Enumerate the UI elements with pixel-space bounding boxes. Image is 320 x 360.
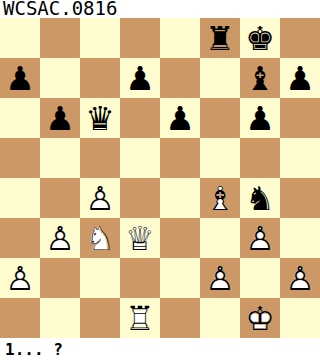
white-piece-outline: ♙ [240,218,280,258]
square-a1[interactable] [0,298,40,338]
square-b7[interactable] [40,58,80,98]
square-c1[interactable] [80,298,120,338]
square-e2[interactable] [160,258,200,298]
square-f4[interactable]: ♝♗ [200,178,240,218]
square-c5[interactable] [80,138,120,178]
square-b8[interactable] [40,18,80,58]
white-pawn-h2: ♟♙ [280,258,320,298]
square-e7[interactable] [160,58,200,98]
square-d4[interactable] [120,178,160,218]
square-b1[interactable] [40,298,80,338]
square-c7[interactable] [80,58,120,98]
square-e1[interactable] [160,298,200,338]
square-a4[interactable] [0,178,40,218]
white-piece-outline: ♘ [80,218,120,258]
black-bishop-g7: ♝ [240,58,280,98]
square-a8[interactable] [0,18,40,58]
square-d2[interactable] [120,258,160,298]
white-pawn-g3: ♟♙ [240,218,280,258]
square-b5[interactable] [40,138,80,178]
square-f1[interactable] [200,298,240,338]
square-c2[interactable] [80,258,120,298]
square-d1[interactable]: ♜♖ [120,298,160,338]
white-piece-outline: ♗ [200,178,240,218]
white-pawn-f2: ♟♙ [200,258,240,298]
white-pawn-c4: ♟♙ [80,178,120,218]
square-g3[interactable]: ♟♙ [240,218,280,258]
black-knight-g4: ♞ [240,178,280,218]
square-a5[interactable] [0,138,40,178]
square-c4[interactable]: ♟♙ [80,178,120,218]
square-f5[interactable] [200,138,240,178]
square-d6[interactable] [120,98,160,138]
square-a3[interactable] [0,218,40,258]
square-g6[interactable]: ♟ [240,98,280,138]
white-bishop-f4: ♝♗ [200,178,240,218]
white-piece-outline: ♙ [0,258,40,298]
square-f3[interactable] [200,218,240,258]
square-d8[interactable] [120,18,160,58]
square-c3[interactable]: ♞♘ [80,218,120,258]
square-c6[interactable]: ♛ [80,98,120,138]
black-pawn-g6: ♟ [240,98,280,138]
square-g4[interactable]: ♞ [240,178,280,218]
white-piece-outline: ♙ [80,178,120,218]
square-h6[interactable] [280,98,320,138]
white-piece-outline: ♙ [280,258,320,298]
black-pawn-a7: ♟ [0,58,40,98]
white-piece-outline: ♔ [240,298,280,338]
black-king-g8: ♚ [240,18,280,58]
white-pawn-b3: ♟♙ [40,218,80,258]
square-h4[interactable] [280,178,320,218]
black-pawn-e6: ♟ [160,98,200,138]
square-f2[interactable]: ♟♙ [200,258,240,298]
square-h5[interactable] [280,138,320,178]
white-knight-c3: ♞♘ [80,218,120,258]
square-b6[interactable]: ♟ [40,98,80,138]
square-f8[interactable]: ♜ [200,18,240,58]
square-b2[interactable] [40,258,80,298]
square-h8[interactable] [280,18,320,58]
square-g1[interactable]: ♚♔ [240,298,280,338]
square-e6[interactable]: ♟ [160,98,200,138]
black-pawn-d7: ♟ [120,58,160,98]
square-g8[interactable]: ♚ [240,18,280,58]
white-rook-d1: ♜♖ [120,298,160,338]
white-piece-outline: ♙ [40,218,80,258]
square-g5[interactable] [240,138,280,178]
square-e4[interactable] [160,178,200,218]
puzzle-id: WCSAC.0816 [0,0,320,18]
white-king-g1: ♚♔ [240,298,280,338]
square-h3[interactable] [280,218,320,258]
white-piece-outline: ♕ [120,218,160,258]
square-a2[interactable]: ♟♙ [0,258,40,298]
black-queen-c6: ♛ [80,98,120,138]
square-c8[interactable] [80,18,120,58]
square-g2[interactable] [240,258,280,298]
square-f7[interactable] [200,58,240,98]
square-d3[interactable]: ♛♕ [120,218,160,258]
square-a6[interactable] [0,98,40,138]
square-f6[interactable] [200,98,240,138]
square-e3[interactable] [160,218,200,258]
square-b4[interactable] [40,178,80,218]
square-a7[interactable]: ♟ [0,58,40,98]
black-rook-f8: ♜ [200,18,240,58]
white-pawn-a2: ♟♙ [0,258,40,298]
square-e8[interactable] [160,18,200,58]
white-piece-outline: ♖ [120,298,160,338]
chess-board: ♜♚♟♟♝♟♟♛♟♟♟♙♝♗♞♟♙♞♘♛♕♟♙♟♙♟♙♟♙♜♖♚♔ [0,18,320,338]
square-h7[interactable]: ♟ [280,58,320,98]
square-e5[interactable] [160,138,200,178]
square-d7[interactable]: ♟ [120,58,160,98]
white-piece-outline: ♙ [200,258,240,298]
move-prompt: 1... ? [0,338,320,360]
square-d5[interactable] [120,138,160,178]
black-pawn-b6: ♟ [40,98,80,138]
square-b3[interactable]: ♟♙ [40,218,80,258]
square-h2[interactable]: ♟♙ [280,258,320,298]
black-pawn-h7: ♟ [280,58,320,98]
square-h1[interactable] [280,298,320,338]
square-g7[interactable]: ♝ [240,58,280,98]
white-queen-d3: ♛♕ [120,218,160,258]
